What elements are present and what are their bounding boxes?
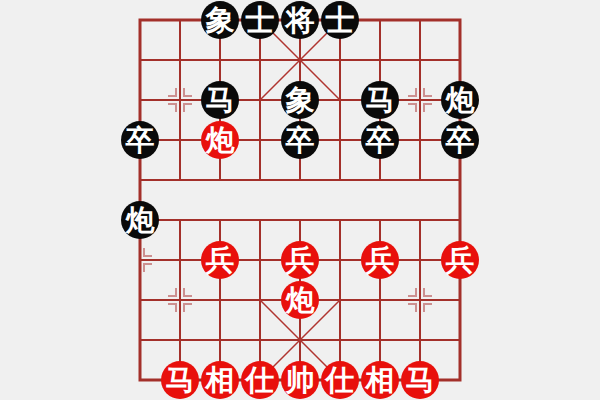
piece-red-advisor[interactable]: 仕 [241,361,279,399]
piece-black-soldier[interactable]: 卒 [281,121,319,159]
xiangqi-board[interactable]: 象士将士马象马炮卒炮卒卒卒炮兵兵兵兵炮马相仕帅仕相马 [0,0,600,400]
piece-red-soldier[interactable]: 兵 [361,241,399,279]
piece-red-elephant[interactable]: 相 [201,361,239,399]
piece-red-horse[interactable]: 马 [161,361,199,399]
piece-black-horse[interactable]: 马 [361,81,399,119]
piece-black-cannon[interactable]: 炮 [441,81,479,119]
piece-black-elephant[interactable]: 象 [201,1,239,39]
piece-red-soldier[interactable]: 兵 [441,241,479,279]
piece-red-cannon[interactable]: 炮 [281,281,319,319]
piece-black-king[interactable]: 将 [281,1,319,39]
piece-black-advisor[interactable]: 士 [321,1,359,39]
piece-red-cannon[interactable]: 炮 [201,121,239,159]
piece-black-cannon[interactable]: 炮 [121,201,159,239]
piece-black-advisor[interactable]: 士 [241,1,279,39]
piece-black-soldier[interactable]: 卒 [361,121,399,159]
piece-black-elephant[interactable]: 象 [281,81,319,119]
piece-red-horse[interactable]: 马 [401,361,439,399]
piece-red-soldier[interactable]: 兵 [281,241,319,279]
piece-red-advisor[interactable]: 仕 [321,361,359,399]
piece-red-soldier[interactable]: 兵 [201,241,239,279]
piece-red-elephant[interactable]: 相 [361,361,399,399]
piece-black-horse[interactable]: 马 [201,81,239,119]
piece-red-king[interactable]: 帅 [281,361,319,399]
pieces-layer: 象士将士马象马炮卒炮卒卒卒炮兵兵兵兵炮马相仕帅仕相马 [0,0,600,400]
piece-black-soldier[interactable]: 卒 [121,121,159,159]
piece-black-soldier[interactable]: 卒 [441,121,479,159]
